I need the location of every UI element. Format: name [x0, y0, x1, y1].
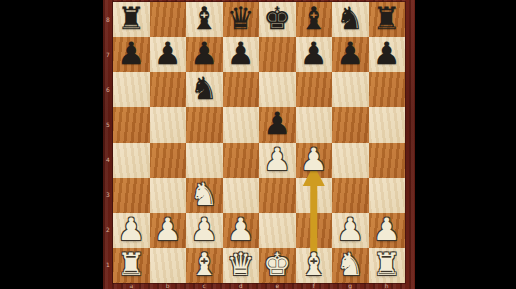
square-b7[interactable]: ♟	[150, 37, 187, 72]
square-h1[interactable]: ♜	[369, 248, 406, 283]
square-b2[interactable]: ♟	[150, 213, 187, 248]
rank-label-3: 3	[106, 192, 110, 198]
file-label-f: f	[313, 283, 315, 289]
square-b3[interactable]	[150, 178, 187, 213]
square-b8[interactable]	[150, 2, 187, 37]
file-label-a: a	[129, 283, 133, 289]
black-pawn-e5[interactable]: ♟	[263, 108, 291, 139]
square-c7[interactable]: ♟	[186, 37, 223, 72]
square-d5[interactable]	[223, 107, 260, 142]
black-knight-c6[interactable]: ♞	[190, 73, 218, 104]
square-g7[interactable]: ♟	[332, 37, 369, 72]
video-frame: ♜♝♛♚♝♞♜♟♟♟♟♟♟♟♞♟♟♟♞♟♟♟♟♟♟♜♝♛♚♝♞♜ 8765432…	[0, 0, 516, 289]
black-queen-d8[interactable]: ♛	[227, 3, 255, 34]
square-c8[interactable]: ♝	[186, 2, 223, 37]
rank-label-1: 1	[106, 262, 110, 268]
square-e5[interactable]: ♟	[259, 107, 296, 142]
square-d7[interactable]: ♟	[223, 37, 260, 72]
square-c6[interactable]: ♞	[186, 72, 223, 107]
white-pawn-c2[interactable]: ♟	[190, 214, 218, 245]
square-e2[interactable]	[259, 213, 296, 248]
square-f3[interactable]	[296, 178, 333, 213]
square-f4[interactable]: ♟	[296, 143, 333, 178]
white-bishop-f1[interactable]: ♝	[300, 249, 328, 280]
square-e7[interactable]	[259, 37, 296, 72]
square-g8[interactable]: ♞	[332, 2, 369, 37]
square-g6[interactable]	[332, 72, 369, 107]
square-d6[interactable]	[223, 72, 260, 107]
square-d1[interactable]: ♛	[223, 248, 260, 283]
square-b6[interactable]	[150, 72, 187, 107]
chess-board-border: ♜♝♛♚♝♞♜♟♟♟♟♟♟♟♞♟♟♟♞♟♟♟♟♟♟♜♝♛♚♝♞♜ 8765432…	[103, 0, 415, 289]
square-d2[interactable]: ♟	[223, 213, 260, 248]
square-a8[interactable]: ♜	[113, 2, 150, 37]
square-e4[interactable]: ♟	[259, 143, 296, 178]
square-f2[interactable]	[296, 213, 333, 248]
white-knight-g1[interactable]: ♞	[336, 249, 364, 280]
square-a4[interactable]	[113, 143, 150, 178]
black-pawn-h7[interactable]: ♟	[373, 38, 401, 69]
square-c4[interactable]	[186, 143, 223, 178]
square-g3[interactable]	[332, 178, 369, 213]
letterbox-right	[415, 0, 516, 289]
white-pawn-f4[interactable]: ♟	[300, 144, 328, 175]
square-b4[interactable]	[150, 143, 187, 178]
square-a3[interactable]	[113, 178, 150, 213]
white-queen-d1[interactable]: ♛	[227, 249, 255, 280]
square-c1[interactable]: ♝	[186, 248, 223, 283]
white-pawn-h2[interactable]: ♟	[373, 214, 401, 245]
white-bishop-c1[interactable]: ♝	[190, 249, 218, 280]
file-label-d: d	[239, 283, 243, 289]
square-b5[interactable]	[150, 107, 187, 142]
square-c2[interactable]: ♟	[186, 213, 223, 248]
white-rook-a1[interactable]: ♜	[117, 249, 145, 280]
rank-label-7: 7	[106, 52, 110, 58]
file-label-b: b	[166, 283, 170, 289]
white-pawn-b2[interactable]: ♟	[154, 214, 182, 245]
letterbox-left	[0, 0, 103, 289]
square-e1[interactable]: ♚	[259, 248, 296, 283]
square-d3[interactable]	[223, 178, 260, 213]
square-g5[interactable]	[332, 107, 369, 142]
black-rook-a8[interactable]: ♜	[117, 3, 145, 34]
square-g2[interactable]: ♟	[332, 213, 369, 248]
file-label-e: e	[275, 283, 279, 289]
file-label-h: h	[385, 283, 389, 289]
white-king-e1[interactable]: ♚	[263, 249, 291, 280]
black-knight-g8[interactable]: ♞	[336, 3, 364, 34]
square-f1[interactable]: ♝	[296, 248, 333, 283]
black-pawn-c7[interactable]: ♟	[190, 38, 218, 69]
white-rook-h1[interactable]: ♜	[373, 249, 401, 280]
square-b1[interactable]	[150, 248, 187, 283]
square-c5[interactable]	[186, 107, 223, 142]
rank-label-2: 2	[106, 227, 110, 233]
square-d4[interactable]	[223, 143, 260, 178]
file-label-c: c	[203, 283, 206, 289]
square-e6[interactable]	[259, 72, 296, 107]
square-a2[interactable]: ♟	[113, 213, 150, 248]
square-a1[interactable]: ♜	[113, 248, 150, 283]
black-bishop-f8[interactable]: ♝	[300, 3, 328, 34]
rank-label-6: 6	[106, 87, 110, 93]
white-pawn-g2[interactable]: ♟	[336, 214, 364, 245]
square-a7[interactable]: ♟	[113, 37, 150, 72]
square-f6[interactable]	[296, 72, 333, 107]
square-g4[interactable]	[332, 143, 369, 178]
square-g1[interactable]: ♞	[332, 248, 369, 283]
square-e8[interactable]: ♚	[259, 2, 296, 37]
file-label-g: g	[348, 283, 352, 289]
square-h2[interactable]: ♟	[369, 213, 406, 248]
black-pawn-d7[interactable]: ♟	[227, 38, 255, 69]
square-h7[interactable]: ♟	[369, 37, 406, 72]
white-pawn-a2[interactable]: ♟	[117, 214, 145, 245]
black-pawn-b7[interactable]: ♟	[154, 38, 182, 69]
rank-label-5: 5	[106, 122, 110, 128]
square-d8[interactable]: ♛	[223, 2, 260, 37]
black-pawn-g7[interactable]: ♟	[336, 38, 364, 69]
rank-label-8: 8	[106, 17, 110, 23]
square-h4[interactable]	[369, 143, 406, 178]
white-pawn-d2[interactable]: ♟	[227, 214, 255, 245]
square-f7[interactable]: ♟	[296, 37, 333, 72]
chess-board[interactable]: ♜♝♛♚♝♞♜♟♟♟♟♟♟♟♞♟♟♟♞♟♟♟♟♟♟♜♝♛♚♝♞♜	[113, 2, 405, 283]
black-pawn-a7[interactable]: ♟	[117, 38, 145, 69]
square-h6[interactable]	[369, 72, 406, 107]
square-a6[interactable]	[113, 72, 150, 107]
white-pawn-e4[interactable]: ♟	[263, 144, 291, 175]
white-knight-c3[interactable]: ♞	[190, 179, 218, 210]
square-c3[interactable]: ♞	[186, 178, 223, 213]
black-pawn-f7[interactable]: ♟	[300, 38, 328, 69]
black-bishop-c8[interactable]: ♝	[190, 3, 218, 34]
square-e3[interactable]	[259, 178, 296, 213]
square-f5[interactable]	[296, 107, 333, 142]
square-f8[interactable]: ♝	[296, 2, 333, 37]
square-h8[interactable]: ♜	[369, 2, 406, 37]
black-king-e8[interactable]: ♚	[263, 3, 291, 34]
square-h5[interactable]	[369, 107, 406, 142]
square-a5[interactable]	[113, 107, 150, 142]
square-h3[interactable]	[369, 178, 406, 213]
black-rook-h8[interactable]: ♜	[373, 3, 401, 34]
rank-label-4: 4	[106, 157, 110, 163]
